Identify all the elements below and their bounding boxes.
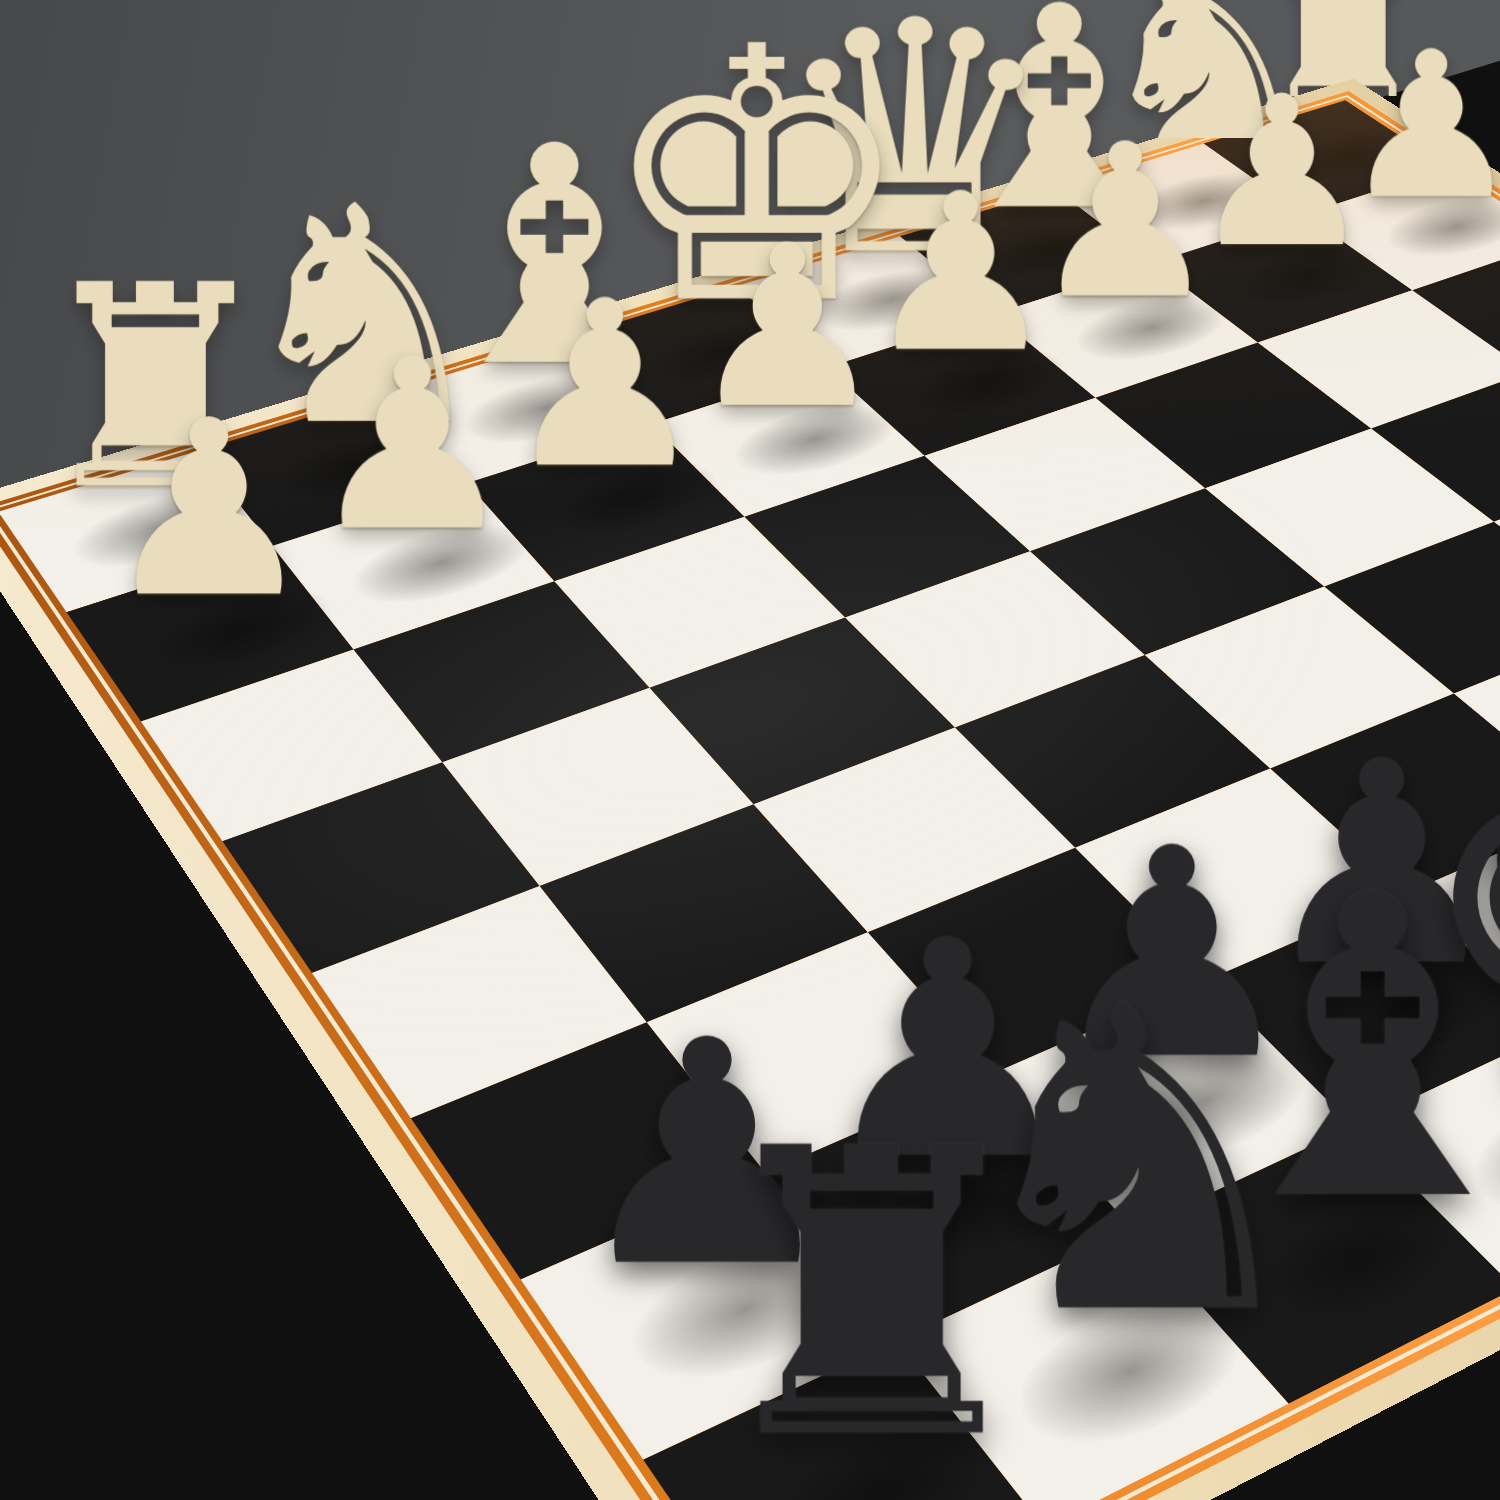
piece-black-rook-h8[interactable]: ♜ <box>695 1098 990 1493</box>
piece-white-pawn-g2[interactable]: ♟ <box>306 328 518 564</box>
piece-white-pawn-h2[interactable]: ♟ <box>100 388 318 631</box>
piece-white-pawn-e2[interactable]: ♟ <box>687 216 888 440</box>
piece-white-pawn-f2[interactable]: ♟ <box>502 270 708 500</box>
piece-white-pawn-d2[interactable]: ♟ <box>863 165 1059 383</box>
scene: ♜♞♝♛♚♝♞♜♟♟♟♟♟♟♟♟♟♟♟♟♟♟♟♟♜♞♝♛♚♝♞♜ <box>0 0 1500 1500</box>
